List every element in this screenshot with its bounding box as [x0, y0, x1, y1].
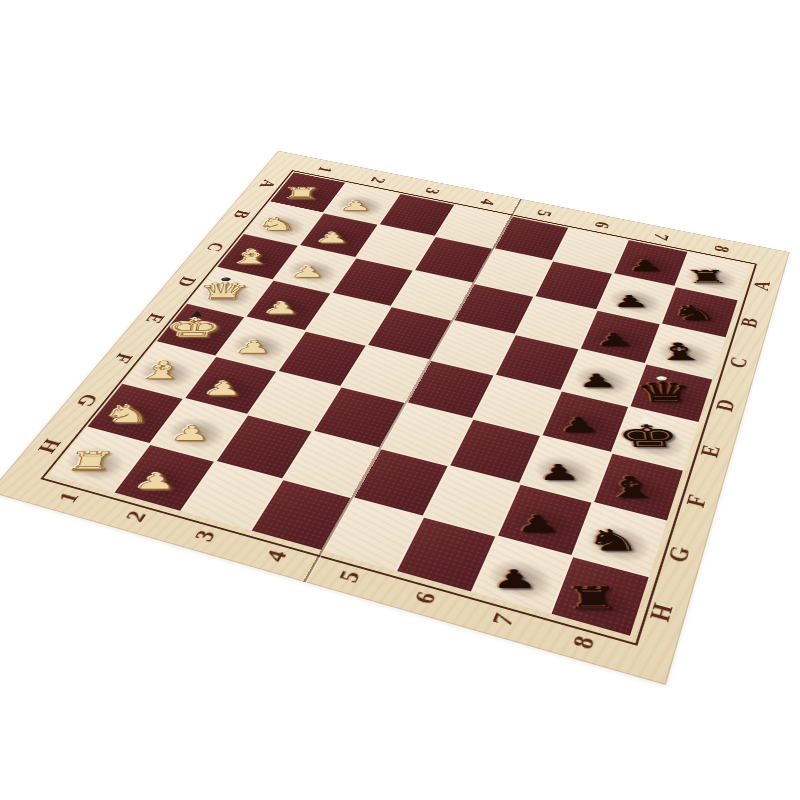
queen-ball-finial — [656, 376, 667, 380]
rook-glyph: ♜ — [563, 583, 623, 614]
rank-label-near-3: 3 — [191, 528, 221, 544]
pawn-glyph: ♟ — [289, 264, 327, 280]
rank-label-near-2: 2 — [122, 508, 151, 523]
rank-label-near-5: 5 — [335, 568, 365, 585]
rank-label-far-2: 2 — [368, 176, 390, 185]
rank-label-far-1: 1 — [315, 165, 337, 173]
piece-black-king-e8[interactable]: ♚ — [575, 421, 723, 452]
rank-label-near-4: 4 — [262, 547, 292, 563]
rank-label-near-8: 8 — [569, 633, 600, 651]
piece-black-queen-d8[interactable]: ♛ — [594, 378, 737, 406]
bishop-glyph: ♝ — [600, 472, 662, 501]
king-cone-finial — [638, 416, 652, 423]
pawn-glyph: ♟ — [261, 300, 301, 317]
piece-black-knight-b8[interactable]: ♞ — [628, 303, 761, 324]
pawn-glyph: ♟ — [201, 379, 245, 398]
rank-label-far-5: 5 — [534, 209, 556, 218]
pawn-glyph: ♟ — [232, 338, 274, 356]
rank-label-far-7: 7 — [650, 232, 673, 242]
chess-board: 12345678 12345678 ABCDEFGH ABCDEFGH ♜♟♟♜… — [0, 151, 790, 685]
rook-glyph: ♜ — [683, 268, 731, 287]
queen-glyph: ♛ — [633, 378, 697, 406]
pawn-glyph: ♟ — [168, 423, 214, 444]
knight-glyph: ♞ — [583, 526, 643, 556]
rank-label-far-4: 4 — [477, 197, 499, 206]
piece-black-knight-g8[interactable]: ♞ — [534, 526, 693, 556]
queen-ball-finial — [221, 278, 231, 282]
king-glyph: ♚ — [614, 421, 682, 452]
king-cone-finial — [191, 311, 204, 317]
knight-glyph: ♞ — [668, 303, 719, 324]
rank-label-far-3: 3 — [422, 186, 444, 195]
bishop-glyph: ♝ — [651, 340, 708, 364]
pawn-glyph: ♟ — [338, 199, 373, 213]
rank-label-far-8: 8 — [711, 244, 734, 254]
board-top-face: 12345678 12345678 ABCDEFGH ABCDEFGH ♜♟♟♜… — [0, 151, 790, 685]
piece-black-bishop-f8[interactable]: ♝ — [556, 472, 709, 501]
piece-black-bishop-c8[interactable]: ♝ — [611, 340, 749, 364]
photo-scene: 12345678 12345678 ABCDEFGH ABCDEFGH ♜♟♟♜… — [0, 0, 800, 800]
rank-label-far-6: 6 — [591, 220, 613, 229]
pawn-glyph: ♟ — [132, 470, 180, 492]
pawn-glyph: ♟ — [314, 230, 351, 245]
piece-black-rook-h8[interactable]: ♜ — [511, 583, 676, 614]
